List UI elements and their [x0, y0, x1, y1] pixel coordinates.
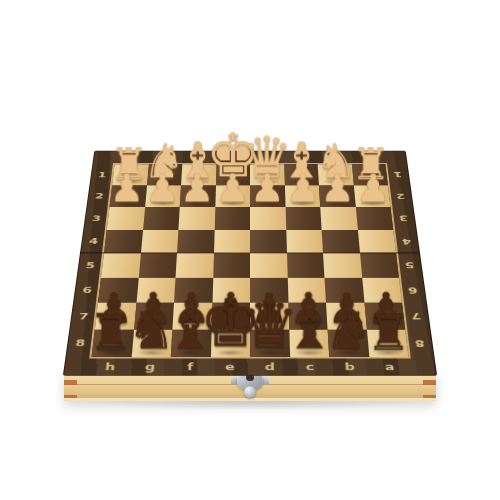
square-f5[interactable]	[176, 253, 214, 277]
square-c4[interactable]	[286, 230, 323, 253]
board_labels.bottom_letters-label: d	[250, 357, 290, 376]
board-squares: ♜♞♝♚♛♝♞♜♟♟♟♟♟♟♟♟♟♟♟♟♟♟♟♟♜♞♝♚♛♝♞♜	[92, 164, 409, 357]
board_labels.bottom_letters-label: b	[329, 357, 370, 376]
square-e5[interactable]	[213, 253, 250, 277]
square-f3[interactable]	[178, 207, 214, 230]
board_labels.right_numbers-label: 1	[385, 164, 410, 185]
square-h3[interactable]	[107, 207, 145, 230]
board-frame: 12345678 12345678 hgfedcba ♜♞♝♚♛♝♞♜♟♟♟♟♟…	[63, 151, 437, 376]
board_labels.bottom_letters-label: c	[290, 357, 331, 376]
white-pawn-c2[interactable]: ♟	[285, 168, 320, 206]
board_labels.bottom_letters-label: g	[129, 357, 170, 376]
square-g4[interactable]	[141, 230, 179, 253]
clasp-knob	[244, 386, 256, 398]
board_labels.right_numbers-label: 3	[390, 207, 416, 230]
white-pawn-h2[interactable]: ♟	[110, 168, 145, 206]
square-a2[interactable]: ♟	[353, 185, 390, 207]
square-h5[interactable]	[101, 253, 140, 277]
white-pawn-f2[interactable]: ♟	[180, 168, 215, 206]
product-photo-canvas: 12345678 12345678 hgfedcba ♜♞♝♚♛♝♞♜♟♟♟♟♟…	[0, 0, 500, 500]
square-g3[interactable]	[143, 207, 180, 230]
square-e4[interactable]	[214, 230, 251, 253]
dovetail-joint-right	[423, 375, 436, 398]
square-b3[interactable]	[320, 207, 357, 230]
square-b8[interactable]: ♞	[328, 329, 369, 357]
square-a8[interactable]: ♜	[366, 329, 408, 357]
square-d5[interactable]	[250, 253, 287, 277]
board_labels.bottom_letters-label: h	[89, 357, 131, 376]
white-pawn-e2[interactable]: ♟	[215, 168, 250, 206]
square-f2[interactable]: ♟	[180, 185, 216, 207]
white-pawn-a2[interactable]: ♟	[356, 168, 391, 206]
board_labels.left_numbers-label: 5	[77, 253, 104, 277]
square-e2[interactable]: ♟	[215, 185, 250, 207]
square-c5[interactable]	[287, 253, 325, 277]
square-e3[interactable]	[214, 207, 250, 230]
square-g2[interactable]: ♟	[145, 185, 181, 207]
black-rook-a8[interactable]: ♜	[366, 307, 411, 357]
square-h2[interactable]: ♟	[110, 185, 147, 207]
white-pawn-g2[interactable]: ♟	[145, 168, 180, 206]
square-b4[interactable]	[322, 230, 360, 253]
board_labels.bottom_letters-label: a	[369, 357, 411, 376]
board_labels.left_numbers-label: 4	[80, 230, 107, 253]
square-f4[interactable]	[177, 230, 214, 253]
chess-board: 12345678 12345678 hgfedcba ♜♞♝♚♛♝♞♜♟♟♟♟♟…	[63, 151, 437, 376]
board_labels.left_numbers-label: 3	[83, 207, 109, 230]
square-g5[interactable]	[138, 253, 177, 277]
square-b2[interactable]: ♟	[319, 185, 355, 207]
board_labels.right_numbers-label: 4	[393, 230, 420, 253]
square-c8[interactable]: ♝	[289, 329, 329, 357]
square-d2[interactable]: ♟	[250, 185, 285, 207]
board_labels.bottom_letters-label: e	[210, 357, 250, 376]
board_labels.left_numbers-label: 2	[86, 185, 112, 207]
board_labels.bottom_letters-label: f	[170, 357, 211, 376]
file-labels-bottom: hgfedcba	[89, 357, 410, 376]
square-a4[interactable]	[357, 230, 396, 253]
square-d3[interactable]	[250, 207, 286, 230]
board_labels.right_numbers-label: 5	[396, 253, 423, 277]
square-d4[interactable]	[250, 230, 287, 253]
white-pawn-d2[interactable]: ♟	[250, 168, 285, 206]
white-pawn-b2[interactable]: ♟	[321, 168, 356, 206]
dovetail-joint-left	[64, 375, 77, 398]
square-c3[interactable]	[285, 207, 321, 230]
square-a5[interactable]	[360, 253, 399, 277]
square-h4[interactable]	[104, 230, 143, 253]
square-a3[interactable]	[355, 207, 393, 230]
square-c2[interactable]: ♟	[284, 185, 320, 207]
square-b5[interactable]	[323, 253, 362, 277]
board_labels.right_numbers-label: 2	[388, 185, 414, 207]
